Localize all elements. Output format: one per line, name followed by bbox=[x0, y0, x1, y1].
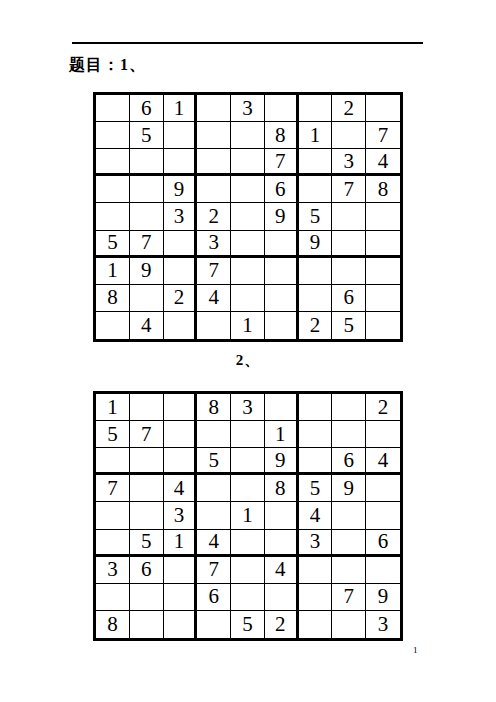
sudoku-1-cell-r9c9[interactable] bbox=[366, 312, 400, 339]
sudoku-1-cell-r3c7[interactable] bbox=[299, 149, 333, 176]
sudoku-2-cell-r1c6[interactable] bbox=[265, 394, 299, 421]
sudoku-2-cell-r1c3[interactable] bbox=[164, 394, 198, 421]
sudoku-1-cell-r8c7[interactable] bbox=[299, 285, 333, 312]
sudoku-2-cell-r9c8[interactable] bbox=[332, 611, 366, 638]
sudoku-2-cell-r6c3[interactable]: 1 bbox=[164, 530, 198, 557]
sudoku-2-cell-r2c3[interactable] bbox=[164, 421, 198, 448]
sudoku-1-cell-r1c2[interactable]: 6 bbox=[130, 95, 164, 122]
sudoku-1-cell-r1c4[interactable] bbox=[197, 95, 231, 122]
sudoku-1-cell-r7c5[interactable] bbox=[231, 258, 265, 285]
sudoku-1-cell-r3c4[interactable] bbox=[197, 149, 231, 176]
sudoku-1-cell-r2c9[interactable]: 7 bbox=[366, 122, 400, 149]
sudoku-2-cell-r5c6[interactable] bbox=[265, 502, 299, 529]
sudoku-1-cell-r1c7[interactable] bbox=[299, 95, 333, 122]
sudoku-1-cell-r7c7[interactable] bbox=[299, 258, 333, 285]
sudoku-2-cell-r8c7[interactable] bbox=[299, 584, 333, 611]
sudoku-2-cell-r4c8[interactable]: 9 bbox=[332, 475, 366, 502]
sudoku-1-cell-r2c2[interactable]: 5 bbox=[130, 122, 164, 149]
sudoku-2-cell-r4c1[interactable]: 7 bbox=[96, 475, 130, 502]
sudoku-2-cell-r1c4[interactable]: 8 bbox=[197, 394, 231, 421]
sudoku-2-cell-r2c5[interactable] bbox=[231, 421, 265, 448]
sudoku-2-cell-r1c2[interactable] bbox=[130, 394, 164, 421]
sudoku-1-cell-r6c9[interactable] bbox=[366, 231, 400, 258]
sudoku-1-cell-r6c2[interactable]: 7 bbox=[130, 231, 164, 258]
sudoku-1-cell-r5c8[interactable] bbox=[332, 203, 366, 230]
sudoku-2-cell-r7c8[interactable] bbox=[332, 557, 366, 584]
sudoku-1-cell-r6c1[interactable]: 5 bbox=[96, 231, 130, 258]
sudoku-2-cell-r2c1[interactable]: 5 bbox=[96, 421, 130, 448]
sudoku-2-cell-r9c1[interactable]: 8 bbox=[96, 611, 130, 638]
sudoku-2-cell-r5c4[interactable] bbox=[197, 502, 231, 529]
sudoku-2-cell-r7c7[interactable] bbox=[299, 557, 333, 584]
sudoku-2-cell-r8c5[interactable] bbox=[231, 584, 265, 611]
sudoku-1-cell-r6c8[interactable] bbox=[332, 231, 366, 258]
sudoku-1-cell-r7c4[interactable]: 7 bbox=[197, 258, 231, 285]
sudoku-1-cell-r5c9[interactable] bbox=[366, 203, 400, 230]
sudoku-2-cell-r5c2[interactable] bbox=[130, 502, 164, 529]
sudoku-2-cell-r7c6[interactable]: 4 bbox=[265, 557, 299, 584]
sudoku-2-cell-r8c1[interactable] bbox=[96, 584, 130, 611]
sudoku-1-cell-r4c5[interactable] bbox=[231, 176, 265, 203]
sudoku-2-cell-r9c6[interactable]: 2 bbox=[265, 611, 299, 638]
sudoku-1-cell-r4c1[interactable] bbox=[96, 176, 130, 203]
sudoku-1-cell-r1c5[interactable]: 3 bbox=[231, 95, 265, 122]
sudoku-1-cell-r3c2[interactable] bbox=[130, 149, 164, 176]
sudoku-2-cell-r6c1[interactable] bbox=[96, 530, 130, 557]
sudoku-2-cell-r7c5[interactable] bbox=[231, 557, 265, 584]
sudoku-2-cell-r3c2[interactable] bbox=[130, 448, 164, 475]
sudoku-2-cell-r8c6[interactable] bbox=[265, 584, 299, 611]
sudoku-1-cell-r5c7[interactable]: 5 bbox=[299, 203, 333, 230]
sudoku-1-cell-r3c9[interactable]: 4 bbox=[366, 149, 400, 176]
sudoku-2-cell-r3c6[interactable]: 9 bbox=[265, 448, 299, 475]
sudoku-1-cell-r8c9[interactable] bbox=[366, 285, 400, 312]
sudoku-1-cell-r2c1[interactable] bbox=[96, 122, 130, 149]
sudoku-2-cell-r7c2[interactable]: 6 bbox=[130, 557, 164, 584]
sudoku-2-cell-r2c9[interactable] bbox=[366, 421, 400, 448]
sudoku-2-cell-r5c9[interactable] bbox=[366, 502, 400, 529]
sudoku-2-cell-r3c8[interactable]: 6 bbox=[332, 448, 366, 475]
sudoku-1-cell-r3c1[interactable] bbox=[96, 149, 130, 176]
sudoku-1-cell-r2c8[interactable] bbox=[332, 122, 366, 149]
sudoku-1-cell-r5c6[interactable]: 9 bbox=[265, 203, 299, 230]
sudoku-1-cell-r4c7[interactable] bbox=[299, 176, 333, 203]
sudoku-2-cell-r7c1[interactable]: 3 bbox=[96, 557, 130, 584]
sudoku-1-cell-r7c9[interactable] bbox=[366, 258, 400, 285]
sudoku-2-cell-r3c9[interactable]: 4 bbox=[366, 448, 400, 475]
header-rule bbox=[72, 42, 423, 44]
sudoku-grid-1: 6132581773496783295573919782464125 bbox=[93, 92, 403, 342]
sudoku-1-cell-r3c8[interactable]: 3 bbox=[332, 149, 366, 176]
sudoku-2-cell-r5c7[interactable]: 4 bbox=[299, 502, 333, 529]
sudoku-2-cell-r8c2[interactable] bbox=[130, 584, 164, 611]
sudoku-2-cell-r5c8[interactable] bbox=[332, 502, 366, 529]
sudoku-2-cell-r6c4[interactable]: 4 bbox=[197, 530, 231, 557]
sudoku-2-cell-r3c4[interactable]: 5 bbox=[197, 448, 231, 475]
sudoku-1-cell-r8c6[interactable] bbox=[265, 285, 299, 312]
document-page: 题目：1、 6132581773496783295573919782464125… bbox=[0, 0, 496, 702]
sudoku-grid-2: 18325715964748593145143636746798523 bbox=[93, 391, 403, 641]
sudoku-1-cell-r8c2[interactable] bbox=[130, 285, 164, 312]
page-number: 1 bbox=[413, 645, 418, 655]
sudoku-1-cell-r4c2[interactable] bbox=[130, 176, 164, 203]
sudoku-2-cell-r6c5[interactable] bbox=[231, 530, 265, 557]
sudoku-1-cell-r4c3[interactable]: 9 bbox=[164, 176, 198, 203]
sudoku-1-cell-r3c6[interactable]: 7 bbox=[265, 149, 299, 176]
sudoku-1-cell-r7c6[interactable] bbox=[265, 258, 299, 285]
sudoku-2-cell-r2c6[interactable]: 1 bbox=[265, 421, 299, 448]
sudoku-1-cell-r3c3[interactable] bbox=[164, 149, 198, 176]
sudoku-2-cell-r2c8[interactable] bbox=[332, 421, 366, 448]
sudoku-2-cell-r1c1[interactable]: 1 bbox=[96, 394, 130, 421]
sudoku-2-cell-r8c4[interactable]: 6 bbox=[197, 584, 231, 611]
sudoku-1-cell-r2c6[interactable]: 8 bbox=[265, 122, 299, 149]
sudoku-2-cell-r5c5[interactable]: 1 bbox=[231, 502, 265, 529]
sudoku-1-cell-r2c7[interactable]: 1 bbox=[299, 122, 333, 149]
sudoku-2-cell-r9c3[interactable] bbox=[164, 611, 198, 638]
sudoku-2-cell-r4c3[interactable]: 4 bbox=[164, 475, 198, 502]
sudoku-1-cell-r9c4[interactable] bbox=[197, 312, 231, 339]
sudoku-1-cell-r1c3[interactable]: 1 bbox=[164, 95, 198, 122]
sudoku-1-cell-r7c8[interactable] bbox=[332, 258, 366, 285]
sudoku-1-cell-r4c8[interactable]: 7 bbox=[332, 176, 366, 203]
sudoku-1-cell-r5c1[interactable] bbox=[96, 203, 130, 230]
puzzle-2-label: 2、 bbox=[0, 351, 496, 370]
sudoku-1-cell-r4c6[interactable]: 6 bbox=[265, 176, 299, 203]
sudoku-2-cell-r7c3[interactable] bbox=[164, 557, 198, 584]
sudoku-1-cell-r8c3[interactable]: 2 bbox=[164, 285, 198, 312]
sudoku-2-cell-r6c2[interactable]: 5 bbox=[130, 530, 164, 557]
sudoku-1-cell-r5c3[interactable]: 3 bbox=[164, 203, 198, 230]
sudoku-2-cell-r9c4[interactable] bbox=[197, 611, 231, 638]
sudoku-2-cell-r3c7[interactable] bbox=[299, 448, 333, 475]
sudoku-1-cell-r9c5[interactable]: 1 bbox=[231, 312, 265, 339]
sudoku-2-cell-r1c9[interactable]: 2 bbox=[366, 394, 400, 421]
sudoku-1-cell-r9c7[interactable]: 2 bbox=[299, 312, 333, 339]
sudoku-2-cell-r7c4[interactable]: 7 bbox=[197, 557, 231, 584]
sudoku-1-cell-r6c6[interactable] bbox=[265, 231, 299, 258]
sudoku-2-cell-r4c2[interactable] bbox=[130, 475, 164, 502]
sudoku-1-cell-r7c1[interactable]: 1 bbox=[96, 258, 130, 285]
sudoku-2-cell-r3c5[interactable] bbox=[231, 448, 265, 475]
sudoku-1-cell-r5c4[interactable]: 2 bbox=[197, 203, 231, 230]
sudoku-1-cell-r9c2[interactable]: 4 bbox=[130, 312, 164, 339]
sudoku-2-cell-r1c5[interactable]: 3 bbox=[231, 394, 265, 421]
sudoku-1-cell-r4c4[interactable] bbox=[197, 176, 231, 203]
sudoku-1-cell-r8c5[interactable] bbox=[231, 285, 265, 312]
sudoku-2-cell-r5c3[interactable]: 3 bbox=[164, 502, 198, 529]
sudoku-1-cell-r8c1[interactable]: 8 bbox=[96, 285, 130, 312]
sudoku-1-cell-r2c4[interactable] bbox=[197, 122, 231, 149]
sudoku-2-cell-r9c2[interactable] bbox=[130, 611, 164, 638]
sudoku-2-cell-r8c3[interactable] bbox=[164, 584, 198, 611]
sudoku-2-cell-r8c8[interactable]: 7 bbox=[332, 584, 366, 611]
sudoku-1-cell-r6c4[interactable]: 3 bbox=[197, 231, 231, 258]
sudoku-1-cell-r8c8[interactable]: 6 bbox=[332, 285, 366, 312]
sudoku-2-cell-r2c2[interactable]: 7 bbox=[130, 421, 164, 448]
sudoku-1-cell-r2c5[interactable] bbox=[231, 122, 265, 149]
sudoku-1-cell-r6c5[interactable] bbox=[231, 231, 265, 258]
sudoku-2-cell-r4c5[interactable] bbox=[231, 475, 265, 502]
sudoku-2-cell-r9c5[interactable]: 5 bbox=[231, 611, 265, 638]
sudoku-2-cell-r3c1[interactable] bbox=[96, 448, 130, 475]
sudoku-2-cell-r6c8[interactable] bbox=[332, 530, 366, 557]
sudoku-2-cell-r8c9[interactable]: 9 bbox=[366, 584, 400, 611]
sudoku-2-cell-r4c4[interactable] bbox=[197, 475, 231, 502]
sudoku-2-cell-r1c8[interactable] bbox=[332, 394, 366, 421]
sudoku-1-cell-r7c2[interactable]: 9 bbox=[130, 258, 164, 285]
sudoku-2-cell-r6c9[interactable]: 6 bbox=[366, 530, 400, 557]
sudoku-2-cell-r6c7[interactable]: 3 bbox=[299, 530, 333, 557]
sudoku-2-cell-r6c6[interactable] bbox=[265, 530, 299, 557]
sudoku-2-cell-r9c9[interactable]: 3 bbox=[366, 611, 400, 638]
sudoku-1-cell-r1c9[interactable] bbox=[366, 95, 400, 122]
sudoku-1-cell-r9c1[interactable] bbox=[96, 312, 130, 339]
sudoku-2-cell-r5c1[interactable] bbox=[96, 502, 130, 529]
sudoku-1-cell-r5c2[interactable] bbox=[130, 203, 164, 230]
sudoku-1-cell-r1c8[interactable]: 2 bbox=[332, 95, 366, 122]
sudoku-2-cell-r3c3[interactable] bbox=[164, 448, 198, 475]
sudoku-2-cell-r4c9[interactable] bbox=[366, 475, 400, 502]
sudoku-1-cell-r7c3[interactable] bbox=[164, 258, 198, 285]
sudoku-2-cell-r4c6[interactable]: 8 bbox=[265, 475, 299, 502]
sudoku-1-cell-r6c3[interactable] bbox=[164, 231, 198, 258]
sudoku-1-cell-r2c3[interactable] bbox=[164, 122, 198, 149]
sudoku-1-cell-r8c4[interactable]: 4 bbox=[197, 285, 231, 312]
sudoku-1-cell-r9c6[interactable] bbox=[265, 312, 299, 339]
sudoku-2-cell-r1c7[interactable] bbox=[299, 394, 333, 421]
sudoku-2-cell-r2c7[interactable] bbox=[299, 421, 333, 448]
sudoku-1-cell-r3c5[interactable] bbox=[231, 149, 265, 176]
sudoku-1-cell-r5c5[interactable] bbox=[231, 203, 265, 230]
sudoku-2-cell-r7c9[interactable] bbox=[366, 557, 400, 584]
sudoku-2-cell-r9c7[interactable] bbox=[299, 611, 333, 638]
sudoku-1-cell-r9c8[interactable]: 5 bbox=[332, 312, 366, 339]
sudoku-1-cell-r6c7[interactable]: 9 bbox=[299, 231, 333, 258]
sudoku-2-cell-r2c4[interactable] bbox=[197, 421, 231, 448]
sudoku-1-cell-r1c1[interactable] bbox=[96, 95, 130, 122]
sudoku-1-cell-r4c9[interactable]: 8 bbox=[366, 176, 400, 203]
sudoku-2-cell-r4c7[interactable]: 5 bbox=[299, 475, 333, 502]
sudoku-1-cell-r9c3[interactable] bbox=[164, 312, 198, 339]
sudoku-1-cell-r1c6[interactable] bbox=[265, 95, 299, 122]
page-title: 题目：1、 bbox=[69, 55, 146, 76]
